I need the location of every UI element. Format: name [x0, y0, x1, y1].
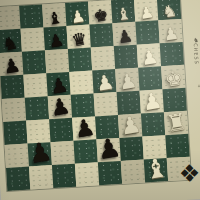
square-e3	[95, 115, 119, 139]
border-rank-mark: 4	[197, 84, 200, 88]
square-e2: ♟	[96, 138, 120, 162]
square-f5: ♟	[115, 68, 139, 92]
piece-black-pawn: ♟	[72, 116, 96, 142]
square-c6	[45, 49, 69, 73]
square-e7	[89, 23, 113, 47]
piece-black-knight: ♞	[1, 34, 19, 53]
square-a3	[3, 121, 27, 145]
square-b5	[23, 73, 47, 97]
piece-black-pawn: ♟	[1, 55, 21, 77]
square-c1	[52, 164, 76, 188]
piece-black-pawn: ♟	[47, 32, 65, 51]
square-a5	[0, 75, 24, 99]
square-h6	[160, 42, 184, 66]
square-d6	[68, 48, 92, 72]
square-a8	[0, 6, 21, 30]
square-a1	[6, 167, 30, 191]
square-c3	[49, 118, 73, 142]
square-c2	[51, 141, 75, 165]
square-c7: ♟	[43, 26, 67, 50]
piece-white-pawn: ♟	[140, 89, 163, 114]
piece-white-rook: ♜	[164, 110, 188, 136]
square-c8: ♝	[42, 3, 66, 27]
square-e5: ♟	[92, 69, 116, 93]
square-a6: ♟	[0, 52, 23, 76]
piece-black-pawn: ♟	[116, 27, 134, 46]
piece-white-pawn: ♟	[118, 113, 142, 139]
square-b4	[25, 96, 49, 120]
piece-black-king: ♚	[92, 7, 109, 25]
square-e1	[98, 161, 122, 185]
square-g5	[138, 66, 162, 90]
square-f7: ♟	[112, 22, 136, 46]
four-diamond-emblem: ❖	[179, 161, 200, 186]
square-f2	[119, 137, 143, 161]
square-h7: ♟	[158, 19, 182, 43]
chess-board: ♝♟♚♝♟♞♞♟♛♟♟♟♟♟♟♟♚♟♟♟♟♜♟♟♝ ♞CHESS 4 3 2 ❖	[0, 0, 200, 200]
piece-white-pawn: ♟	[139, 47, 159, 69]
piece-white-bishop: ♝	[142, 154, 169, 183]
square-g1: ♝	[144, 158, 168, 182]
board-grid: ♝♟♚♝♟♞♞♟♛♟♟♟♟♟♟♟♚♟♟♟♟♜♟♟♝	[0, 0, 191, 191]
square-b7	[21, 27, 45, 51]
square-h3: ♜	[164, 111, 188, 135]
piece-white-king: ♚	[163, 67, 184, 90]
piece-black-bishop: ♝	[46, 10, 63, 28]
border-rank-mark: 3	[199, 130, 200, 134]
piece-white-knight: ♞	[161, 3, 178, 21]
square-d1	[75, 162, 99, 186]
square-c5: ♟	[46, 72, 70, 96]
piece-white-bishop: ♝	[115, 5, 132, 23]
square-b6	[22, 50, 46, 74]
square-d4	[71, 93, 95, 117]
square-d3: ♟	[72, 116, 96, 140]
square-c4: ♟	[48, 95, 72, 119]
square-a2	[5, 144, 29, 168]
piece-black-pawn: ♟	[26, 138, 53, 167]
square-b2: ♟	[28, 142, 52, 166]
square-d2	[73, 139, 97, 163]
square-e6	[91, 46, 115, 70]
square-h4	[162, 88, 186, 112]
square-f1	[121, 160, 145, 184]
square-b3	[26, 119, 50, 143]
piece-white-pawn: ♟	[94, 71, 115, 94]
square-g3	[141, 112, 165, 136]
square-f3: ♟	[118, 114, 142, 138]
square-f8: ♝	[111, 0, 135, 23]
piece-white-pawn: ♟	[69, 8, 86, 26]
square-d7: ♛	[66, 25, 90, 49]
square-e8: ♚	[88, 0, 112, 24]
square-h8: ♞	[157, 0, 181, 20]
square-f6	[114, 45, 138, 69]
brand-text: CHESS	[193, 43, 200, 65]
square-e4	[94, 92, 118, 116]
square-f4	[117, 91, 141, 115]
square-g2	[142, 135, 166, 159]
square-h5: ♚	[161, 65, 185, 89]
square-d5	[69, 70, 93, 94]
square-g6: ♟	[137, 43, 161, 67]
piece-black-queen: ♛	[70, 30, 88, 49]
board-brand-label: ♞CHESS	[192, 36, 200, 65]
square-a7: ♞	[0, 29, 22, 53]
square-b8	[19, 4, 43, 28]
square-a4	[2, 98, 26, 122]
square-h2	[165, 134, 189, 158]
photo-scene: ♝♟♚♝♟♞♞♟♛♟♟♟♟♟♟♟♚♟♟♟♟♜♟♟♝ ♞CHESS 4 3 2 ❖	[0, 0, 200, 200]
piece-black-pawn: ♟	[48, 95, 71, 120]
square-b1	[29, 165, 53, 189]
piece-black-pawn: ♟	[48, 74, 69, 97]
square-d8: ♟	[65, 2, 89, 26]
piece-black-pawn: ♟	[95, 134, 122, 163]
piece-white-pawn: ♟	[117, 70, 138, 93]
square-g8: ♟	[134, 0, 158, 22]
piece-white-pawn: ♟	[138, 4, 155, 22]
piece-white-pawn: ♟	[162, 24, 180, 43]
square-g4: ♟	[140, 89, 164, 113]
square-g7	[135, 20, 159, 44]
